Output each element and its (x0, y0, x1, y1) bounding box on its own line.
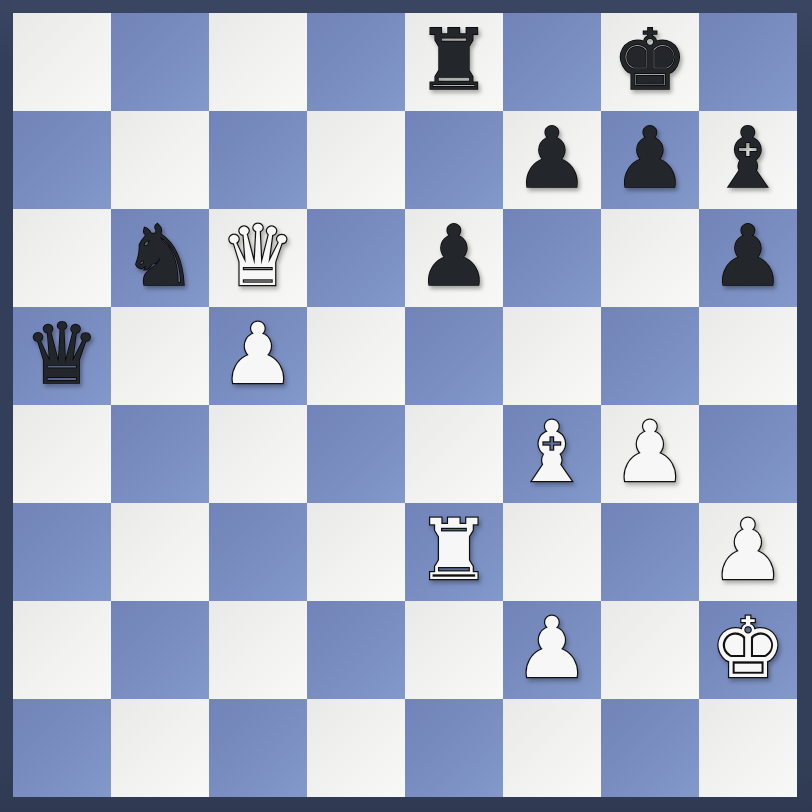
square-e6[interactable]: ♟ (405, 209, 503, 307)
square-g8[interactable]: ♚ (601, 13, 699, 111)
piece-black-queen[interactable]: ♛ (24, 312, 99, 396)
square-d8[interactable] (307, 13, 405, 111)
square-g4[interactable]: ♟ (601, 405, 699, 503)
square-a8[interactable] (13, 13, 111, 111)
square-g5[interactable] (601, 307, 699, 405)
piece-black-pawn[interactable]: ♟ (710, 214, 785, 298)
square-a3[interactable] (13, 503, 111, 601)
square-e7[interactable] (405, 111, 503, 209)
square-h4[interactable] (699, 405, 797, 503)
square-c5[interactable]: ♟ (209, 307, 307, 405)
square-h2[interactable]: ♚ (699, 601, 797, 699)
piece-white-pawn[interactable]: ♟ (514, 606, 589, 690)
square-f7[interactable]: ♟ (503, 111, 601, 209)
square-b8[interactable] (111, 13, 209, 111)
square-f5[interactable] (503, 307, 601, 405)
square-b1[interactable] (111, 699, 209, 797)
square-d7[interactable] (307, 111, 405, 209)
piece-black-pawn[interactable]: ♟ (514, 116, 589, 200)
square-c6[interactable]: ♛ (209, 209, 307, 307)
piece-white-queen[interactable]: ♛ (220, 214, 295, 298)
square-h7[interactable]: ♝ (699, 111, 797, 209)
piece-white-king[interactable]: ♚ (710, 606, 785, 690)
square-c3[interactable] (209, 503, 307, 601)
square-a4[interactable] (13, 405, 111, 503)
square-a5[interactable]: ♛ (13, 307, 111, 405)
square-f4[interactable]: ♝ (503, 405, 601, 503)
square-g1[interactable] (601, 699, 699, 797)
piece-black-pawn[interactable]: ♟ (416, 214, 491, 298)
square-f1[interactable] (503, 699, 601, 797)
square-g6[interactable] (601, 209, 699, 307)
square-c4[interactable] (209, 405, 307, 503)
square-e3[interactable]: ♜ (405, 503, 503, 601)
square-f6[interactable] (503, 209, 601, 307)
piece-black-pawn[interactable]: ♟ (612, 116, 687, 200)
square-f3[interactable] (503, 503, 601, 601)
square-b7[interactable] (111, 111, 209, 209)
square-e8[interactable]: ♜ (405, 13, 503, 111)
square-h5[interactable] (699, 307, 797, 405)
square-d1[interactable] (307, 699, 405, 797)
piece-white-bishop[interactable]: ♝ (514, 410, 589, 494)
square-d4[interactable] (307, 405, 405, 503)
square-b4[interactable] (111, 405, 209, 503)
square-e4[interactable] (405, 405, 503, 503)
square-a1[interactable] (13, 699, 111, 797)
piece-black-king[interactable]: ♚ (612, 18, 687, 102)
square-d5[interactable] (307, 307, 405, 405)
chess-board-frame: ♜♚♟♟♝♞♛♟♟♛♟♝♟♜♟♟♚ (0, 0, 812, 812)
square-d2[interactable] (307, 601, 405, 699)
square-h1[interactable] (699, 699, 797, 797)
square-a2[interactable] (13, 601, 111, 699)
square-e5[interactable] (405, 307, 503, 405)
piece-white-pawn[interactable]: ♟ (710, 508, 785, 592)
square-d6[interactable] (307, 209, 405, 307)
square-b5[interactable] (111, 307, 209, 405)
square-h3[interactable]: ♟ (699, 503, 797, 601)
piece-white-pawn[interactable]: ♟ (612, 410, 687, 494)
square-g7[interactable]: ♟ (601, 111, 699, 209)
square-h8[interactable] (699, 13, 797, 111)
piece-white-rook[interactable]: ♜ (416, 508, 491, 592)
square-a7[interactable] (13, 111, 111, 209)
square-e1[interactable] (405, 699, 503, 797)
square-b3[interactable] (111, 503, 209, 601)
square-g2[interactable] (601, 601, 699, 699)
square-e2[interactable] (405, 601, 503, 699)
square-d3[interactable] (307, 503, 405, 601)
square-c1[interactable] (209, 699, 307, 797)
piece-black-rook[interactable]: ♜ (416, 18, 491, 102)
square-h6[interactable]: ♟ (699, 209, 797, 307)
square-c7[interactable] (209, 111, 307, 209)
square-f2[interactable]: ♟ (503, 601, 601, 699)
square-f8[interactable] (503, 13, 601, 111)
chess-board: ♜♚♟♟♝♞♛♟♟♛♟♝♟♜♟♟♚ (13, 13, 797, 797)
piece-black-bishop[interactable]: ♝ (710, 116, 785, 200)
square-b6[interactable]: ♞ (111, 209, 209, 307)
square-c8[interactable] (209, 13, 307, 111)
piece-white-pawn[interactable]: ♟ (220, 312, 295, 396)
square-a6[interactable] (13, 209, 111, 307)
square-c2[interactable] (209, 601, 307, 699)
square-b2[interactable] (111, 601, 209, 699)
square-g3[interactable] (601, 503, 699, 601)
piece-black-knight[interactable]: ♞ (122, 214, 197, 298)
